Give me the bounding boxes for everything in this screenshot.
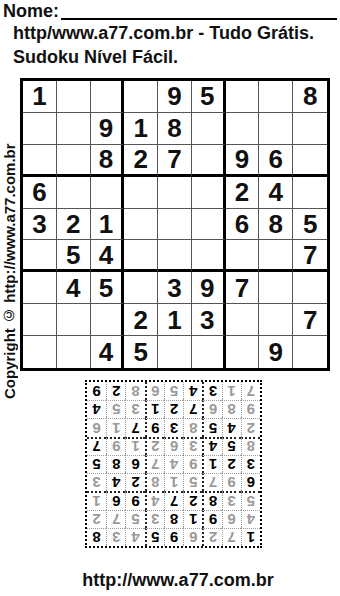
solution-cell-r7c6: 9 <box>145 418 164 436</box>
cell-r6c8 <box>259 240 293 272</box>
cell-r7c2: 4 <box>57 272 91 304</box>
cell-r6c2: 5 <box>57 240 91 272</box>
solution-cell-r1c8: 3 <box>106 528 125 546</box>
cell-r1c5: 9 <box>158 81 192 113</box>
solution-cell-r7c3: 5 <box>202 418 221 436</box>
solution-cell-r6c6: 2 <box>145 437 164 455</box>
cell-r4c1: 6 <box>23 177 57 209</box>
solution-cell-r4c5: 1 <box>164 473 183 491</box>
cell-r6c1 <box>23 240 57 272</box>
solution-cell-r8c1: 9 <box>241 400 260 418</box>
cell-r1c7 <box>226 81 260 113</box>
solution-cell-r9c7: 8 <box>125 382 144 400</box>
solution-cell-r6c9: 7 <box>87 437 106 455</box>
cell-r2c1 <box>23 113 57 145</box>
solution-cell-r5c8: 8 <box>106 455 125 473</box>
puzzle-level-title: Sudoku Nível Fácil. <box>13 47 178 68</box>
solution-cell-r1c7: 4 <box>125 528 144 546</box>
cell-r1c4 <box>124 81 158 113</box>
solution-cell-r7c4: 8 <box>183 418 202 436</box>
cell-r3c8: 6 <box>259 145 293 177</box>
solution-cell-r6c5: 6 <box>164 437 183 455</box>
solution-cell-r8c8: 5 <box>106 400 125 418</box>
cell-r3c2 <box>57 145 91 177</box>
cell-r3c6 <box>192 145 226 177</box>
cell-r8c9: 7 <box>293 304 327 336</box>
site-header: http/www.a77.com.br - Tudo Grátis. <box>13 23 314 44</box>
cell-r2c4: 1 <box>124 113 158 145</box>
solution-cell-r3c2: 3 <box>222 491 241 509</box>
cell-r1c3 <box>91 81 125 113</box>
cell-r8c1 <box>23 304 57 336</box>
solution-cell-r4c9: 3 <box>87 473 106 491</box>
cell-r9c4: 5 <box>124 336 158 368</box>
cell-r6c9: 7 <box>293 240 327 272</box>
puzzle-grid: 195891882796624321685547453972137459 <box>20 78 330 371</box>
cell-r4c6 <box>192 177 226 209</box>
cell-r8c5: 1 <box>158 304 192 336</box>
cell-r6c5 <box>158 240 192 272</box>
solution-cell-r5c7: 6 <box>125 455 144 473</box>
cell-r2c9 <box>293 113 327 145</box>
solution-cell-r3c7: 9 <box>125 491 144 509</box>
solution-cell-r1c2: 7 <box>222 528 241 546</box>
copyright-vertical-text: Copyright © http://www.a77.com.br <box>0 82 18 460</box>
sudoku-print-page: Nome: http/www.a77.com.br - Tudo Grátis.… <box>0 0 340 596</box>
cell-r1c2 <box>57 81 91 113</box>
solution-cell-r8c3: 6 <box>202 400 221 418</box>
cell-r8c7 <box>226 304 260 336</box>
cell-r3c5: 7 <box>158 145 192 177</box>
solution-cell-r8c7: 3 <box>125 400 144 418</box>
cell-r7c9 <box>293 272 327 304</box>
cell-r3c9 <box>293 145 327 177</box>
cell-r2c7 <box>226 113 260 145</box>
solution-cell-r5c4: 9 <box>183 455 202 473</box>
solution-cell-r5c1: 3 <box>241 455 260 473</box>
cell-r7c1 <box>23 272 57 304</box>
solution-cell-r4c3: 7 <box>202 473 221 491</box>
solution-cell-r6c2: 5 <box>222 437 241 455</box>
solution-cell-r3c9: 1 <box>87 491 106 509</box>
cell-r5c3: 1 <box>91 209 125 241</box>
cell-r4c9 <box>293 177 327 209</box>
cell-r4c2 <box>57 177 91 209</box>
cell-r5c9: 5 <box>293 209 327 241</box>
cell-r5c8: 8 <box>259 209 293 241</box>
cell-r6c3: 4 <box>91 240 125 272</box>
solution-cell-r3c6: 4 <box>145 491 164 509</box>
cell-r7c4 <box>124 272 158 304</box>
solution-cell-r9c5: 5 <box>164 382 183 400</box>
solution-cell-r5c5: 4 <box>164 455 183 473</box>
cell-r2c5: 8 <box>158 113 192 145</box>
solution-cell-r1c9: 8 <box>87 528 106 546</box>
cell-r4c4 <box>124 177 158 209</box>
cell-r9c6 <box>192 336 226 368</box>
cell-r3c1 <box>23 145 57 177</box>
solution-cell-r2c3: 9 <box>202 510 221 528</box>
solution-cell-r2c2: 6 <box>222 510 241 528</box>
cell-r8c3 <box>91 304 125 336</box>
solution-cell-r6c1: 8 <box>241 437 260 455</box>
solution-cell-r1c6: 5 <box>145 528 164 546</box>
solution-cell-r4c4: 5 <box>183 473 202 491</box>
solution-cell-r2c8: 7 <box>106 510 125 528</box>
solution-cell-r8c5: 2 <box>164 400 183 418</box>
cell-r9c9 <box>293 336 327 368</box>
footer-url: http://www.a77.com.br <box>0 570 340 591</box>
solution-cell-r1c5: 9 <box>164 528 183 546</box>
solution-cell-r2c9: 2 <box>87 510 106 528</box>
solution-cell-r7c2: 4 <box>222 418 241 436</box>
cell-r9c5 <box>158 336 192 368</box>
cell-r6c7 <box>226 240 260 272</box>
cell-r9c1 <box>23 336 57 368</box>
name-underline <box>61 18 337 20</box>
solution-cell-r2c7: 5 <box>125 510 144 528</box>
cell-r1c8 <box>259 81 293 113</box>
solution-cell-r1c4: 6 <box>183 528 202 546</box>
cell-r2c3: 9 <box>91 113 125 145</box>
cell-r4c8: 4 <box>259 177 293 209</box>
cell-r8c4: 2 <box>124 304 158 336</box>
solution-grid: 1726954384691835725382749616975182433219… <box>85 380 262 548</box>
solution-cell-r3c3: 8 <box>202 491 221 509</box>
cell-r7c7: 7 <box>226 272 260 304</box>
solution-cell-r1c3: 2 <box>202 528 221 546</box>
cell-r5c2: 2 <box>57 209 91 241</box>
solution-cell-r2c5: 8 <box>164 510 183 528</box>
solution-cell-r7c5: 3 <box>164 418 183 436</box>
cell-r7c3: 5 <box>91 272 125 304</box>
cell-r3c4: 2 <box>124 145 158 177</box>
cell-r5c1: 3 <box>23 209 57 241</box>
solution-cell-r4c8: 4 <box>106 473 125 491</box>
cell-r1c9: 8 <box>293 81 327 113</box>
solution-cell-r7c9: 6 <box>87 418 106 436</box>
cell-r5c5 <box>158 209 192 241</box>
solution-cell-r1c1: 1 <box>241 528 260 546</box>
cell-r2c2 <box>57 113 91 145</box>
cell-r9c8: 9 <box>259 336 293 368</box>
name-row: Nome: <box>3 1 337 22</box>
cell-r9c3: 4 <box>91 336 125 368</box>
solution-cell-r5c6: 7 <box>145 455 164 473</box>
solution-cell-r8c2: 8 <box>222 400 241 418</box>
solution-cell-r2c1: 4 <box>241 510 260 528</box>
cell-r4c5 <box>158 177 192 209</box>
cell-r2c8 <box>259 113 293 145</box>
cell-r8c2 <box>57 304 91 336</box>
cell-r7c8 <box>259 272 293 304</box>
name-label: Nome: <box>3 1 59 22</box>
solution-cell-r4c1: 6 <box>241 473 260 491</box>
solution-cell-r4c6: 8 <box>145 473 164 491</box>
cell-r6c6 <box>192 240 226 272</box>
solution-cell-r8c4: 7 <box>183 400 202 418</box>
cell-r9c7 <box>226 336 260 368</box>
cell-r4c3 <box>91 177 125 209</box>
solution-cell-r6c3: 4 <box>202 437 221 455</box>
solution-cell-r6c8: 9 <box>106 437 125 455</box>
solution-cell-r7c7: 7 <box>125 418 144 436</box>
solution-cell-r9c2: 1 <box>222 382 241 400</box>
solution-cell-r3c5: 7 <box>164 491 183 509</box>
solution-cell-r9c3: 3 <box>202 382 221 400</box>
solution-cell-r3c4: 2 <box>183 491 202 509</box>
solution-cell-r8c9: 4 <box>87 400 106 418</box>
solution-cell-r6c4: 3 <box>183 437 202 455</box>
solution-cell-r5c9: 5 <box>87 455 106 473</box>
cell-r5c4 <box>124 209 158 241</box>
cell-r4c7: 2 <box>226 177 260 209</box>
cell-r8c8 <box>259 304 293 336</box>
solution-cell-r9c4: 4 <box>183 382 202 400</box>
solution-cell-r2c4: 1 <box>183 510 202 528</box>
cell-r3c3: 8 <box>91 145 125 177</box>
cell-r7c5: 3 <box>158 272 192 304</box>
cell-r9c2 <box>57 336 91 368</box>
solution-cell-r7c8: 1 <box>106 418 125 436</box>
cell-r5c7: 6 <box>226 209 260 241</box>
solution-cell-r9c6: 6 <box>145 382 164 400</box>
cell-r3c7: 9 <box>226 145 260 177</box>
cell-r2c6 <box>192 113 226 145</box>
solution-cell-r5c2: 2 <box>222 455 241 473</box>
solution-cell-r9c8: 2 <box>106 382 125 400</box>
solution-cell-r8c6: 1 <box>145 400 164 418</box>
cell-r1c6: 5 <box>192 81 226 113</box>
cell-r7c6: 9 <box>192 272 226 304</box>
solution-cell-r3c1: 5 <box>241 491 260 509</box>
cell-r1c1: 1 <box>23 81 57 113</box>
cell-r5c6 <box>192 209 226 241</box>
cell-r8c6: 3 <box>192 304 226 336</box>
cell-r6c4 <box>124 240 158 272</box>
solution-cell-r4c2: 9 <box>222 473 241 491</box>
solution-cell-r9c9: 9 <box>87 382 106 400</box>
solution-cell-r7c1: 2 <box>241 418 260 436</box>
solution-cell-r5c3: 1 <box>202 455 221 473</box>
solution-cell-r6c7: 1 <box>125 437 144 455</box>
solution-cell-r3c8: 6 <box>106 491 125 509</box>
solution-cell-r9c1: 7 <box>241 382 260 400</box>
solution-cell-r4c7: 2 <box>125 473 144 491</box>
solution-cell-r2c6: 3 <box>145 510 164 528</box>
